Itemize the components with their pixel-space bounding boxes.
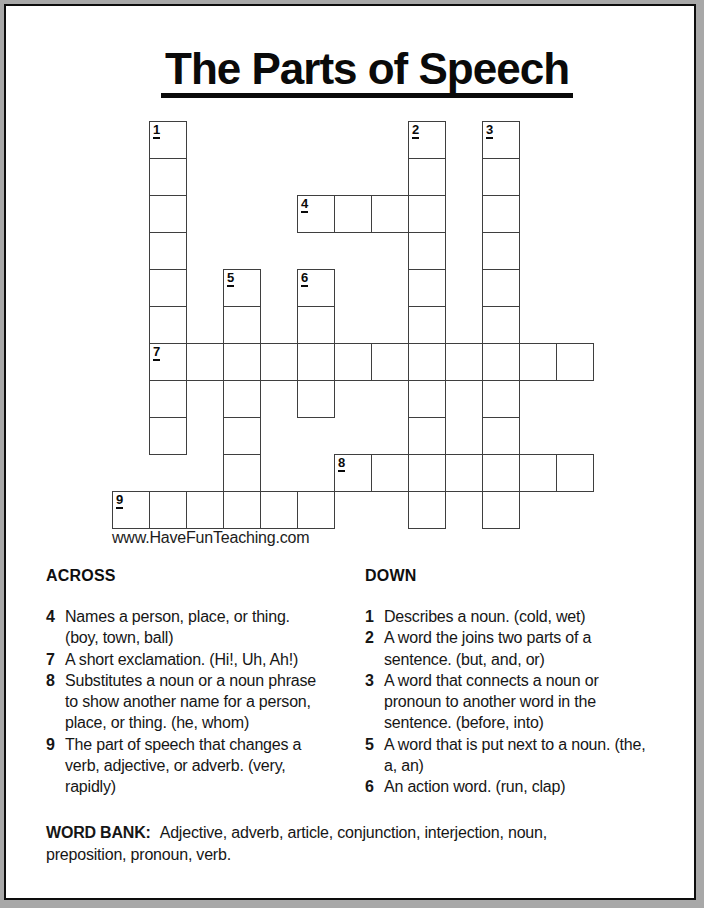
across-clue-list: 4Names a person, place, or thing. (boy, … <box>46 606 358 798</box>
grid-cell <box>223 491 261 529</box>
grid-cell <box>223 454 261 492</box>
grid-cell: 1 <box>149 121 187 159</box>
grid-cell <box>482 417 520 455</box>
grid-cell <box>149 417 187 455</box>
grid-cell: 5 <box>223 269 261 307</box>
clue-text: Substitutes a noun or a noun phrase to s… <box>65 670 316 734</box>
grid-cell: 3 <box>482 121 520 159</box>
grid-cell <box>149 195 187 233</box>
grid-cell <box>408 269 446 307</box>
clue-text: The part of speech that changes a verb, … <box>65 734 301 798</box>
grid-cell <box>408 306 446 344</box>
grid-cell <box>334 343 372 381</box>
cell-number: 3 <box>486 124 493 139</box>
grid-cell <box>297 343 335 381</box>
grid-cell <box>445 454 483 492</box>
clue-number: 6 <box>365 776 384 797</box>
grid-cell <box>297 380 335 418</box>
cell-number: 2 <box>412 124 419 139</box>
grid-cell: 7 <box>149 343 187 381</box>
grid-cell <box>556 454 594 492</box>
grid-cell: 9 <box>112 491 150 529</box>
clue-item: 8Substitutes a noun or a noun phrase to … <box>46 670 358 734</box>
clue-text: A short exclamation. (Hi!, Uh, Ah!) <box>65 649 298 670</box>
word-bank-label: WORD BANK: <box>46 824 151 841</box>
clue-text: A word that is put next to a noun. (the,… <box>384 734 646 777</box>
cell-number: 7 <box>153 346 160 361</box>
grid-cell <box>408 491 446 529</box>
clue-number: 7 <box>46 649 65 670</box>
grid-cell <box>371 343 409 381</box>
grid-cell <box>482 269 520 307</box>
grid-cell <box>408 343 446 381</box>
grid-cell <box>408 380 446 418</box>
grid-cell <box>408 232 446 270</box>
cell-number: 6 <box>301 272 308 287</box>
clue-text: A word the joins two parts of a sentence… <box>384 627 591 670</box>
grid-cell: 4 <box>297 195 335 233</box>
clue-text: Names a person, place, or thing. (boy, t… <box>65 606 290 649</box>
site-credit: www.HaveFunTeaching.com <box>112 529 309 547</box>
clue-item: 7A short exclamation. (Hi!, Uh, Ah!) <box>46 649 358 670</box>
grid-cell <box>149 269 187 307</box>
grid-cell <box>482 195 520 233</box>
grid-cell <box>371 195 409 233</box>
grid-cell <box>556 343 594 381</box>
grid-cell <box>186 491 224 529</box>
grid-cell <box>482 380 520 418</box>
clue-item: 2A word the joins two parts of a sentenc… <box>365 627 695 670</box>
clue-item: 3A word that connects a noun or pronoun … <box>365 670 695 734</box>
grid-cell <box>482 306 520 344</box>
crossword-grid: 123456789 <box>112 121 594 529</box>
grid-cell <box>519 454 557 492</box>
grid-cell <box>334 195 372 233</box>
clue-number: 1 <box>365 606 384 627</box>
grid-cell <box>186 343 224 381</box>
grid-cell <box>519 343 557 381</box>
grid-cell: 6 <box>297 269 335 307</box>
down-clue-list: 1Describes a noun. (cold, wet)2A word th… <box>365 606 695 798</box>
clue-item: 9The part of speech that changes a verb,… <box>46 734 358 798</box>
grid-cell <box>149 158 187 196</box>
clue-item: 6An action word. (run, clap) <box>365 776 695 797</box>
clue-number: 4 <box>46 606 65 649</box>
grid-cell <box>260 343 298 381</box>
clue-item: 4Names a person, place, or thing. (boy, … <box>46 606 358 649</box>
cell-number: 9 <box>116 494 123 509</box>
grid-cell <box>482 158 520 196</box>
cell-number: 5 <box>227 272 234 287</box>
clue-number: 2 <box>365 627 384 670</box>
clue-text: A word that connects a noun or pronoun t… <box>384 670 599 734</box>
grid-cell <box>223 417 261 455</box>
grid-cell <box>223 306 261 344</box>
word-bank: WORD BANK:Adjective, adverb, article, co… <box>46 822 682 865</box>
grid-cell <box>149 232 187 270</box>
clue-item: 5A word that is put next to a noun. (the… <box>365 734 695 777</box>
grid-cell <box>371 454 409 492</box>
clue-number: 5 <box>365 734 384 777</box>
grid-cell <box>408 417 446 455</box>
grid-cell <box>223 343 261 381</box>
grid-cell <box>297 491 335 529</box>
grid-cell <box>445 343 483 381</box>
clue-number: 3 <box>365 670 384 734</box>
grid-cell <box>482 454 520 492</box>
worksheet-title: The Parts of Speech <box>161 47 573 98</box>
clue-number: 8 <box>46 670 65 734</box>
cell-number: 8 <box>338 457 345 472</box>
down-header: DOWN <box>365 567 416 585</box>
clue-number: 9 <box>46 734 65 798</box>
across-header: ACROSS <box>46 567 116 585</box>
clue-text: An action word. (run, clap) <box>384 776 565 797</box>
grid-cell: 8 <box>334 454 372 492</box>
cell-number: 1 <box>153 124 160 139</box>
cell-number: 4 <box>301 198 308 213</box>
clue-item: 1Describes a noun. (cold, wet) <box>365 606 695 627</box>
grid-cell <box>482 232 520 270</box>
grid-cell <box>482 491 520 529</box>
grid-cell <box>408 454 446 492</box>
grid-cell <box>149 306 187 344</box>
grid-cell <box>297 306 335 344</box>
grid-cell <box>223 380 261 418</box>
grid-cell: 2 <box>408 121 446 159</box>
grid-cell <box>482 343 520 381</box>
grid-cell <box>260 491 298 529</box>
grid-cell <box>149 380 187 418</box>
grid-cell <box>149 491 187 529</box>
clue-text: Describes a noun. (cold, wet) <box>384 606 585 627</box>
grid-cell <box>408 195 446 233</box>
grid-cell <box>408 158 446 196</box>
